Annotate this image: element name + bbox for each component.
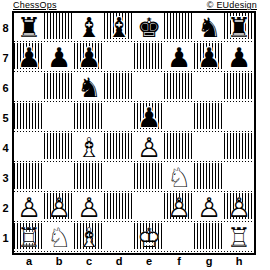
white-king: ♚♔	[134, 223, 164, 253]
square-c1[interactable]: ♝♗	[74, 223, 104, 253]
white-rook: ♜♖	[224, 223, 254, 253]
rank-label-6: 6	[0, 73, 11, 103]
file-label-e: e	[134, 255, 164, 268]
black-knight: ♞	[194, 13, 224, 43]
square-d3[interactable]	[104, 163, 134, 193]
black-rook: ♜	[14, 13, 44, 43]
white-pawn: ♟♙	[164, 193, 194, 223]
square-f4[interactable]	[164, 133, 194, 163]
white-pawn: ♟♙	[44, 193, 74, 223]
square-e5[interactable]: ♟	[134, 103, 164, 133]
black-pawn: ♟	[194, 43, 224, 73]
black-pawn: ♟	[134, 103, 164, 133]
rank-label-3: 3	[0, 163, 11, 193]
white-bishop: ♝♗	[74, 223, 104, 253]
black-pawn: ♟	[44, 43, 74, 73]
square-b3[interactable]	[44, 163, 74, 193]
square-e4[interactable]: ♟♙	[134, 133, 164, 163]
square-h1[interactable]: ♜♖	[224, 223, 254, 253]
board-grid: ♜♝♝♚♞♜♟♟♟♟♟♟♞♟♝♗♟♙♞♘♟♙♟♙♟♙♟♙♟♙♟♙♜♖♞♘♝♗♚♔…	[14, 13, 254, 253]
black-knight: ♞	[74, 73, 104, 103]
black-pawn: ♟	[74, 43, 104, 73]
square-g6[interactable]	[194, 73, 224, 103]
square-a8[interactable]: ♜	[14, 13, 44, 43]
square-a1[interactable]: ♜♖	[14, 223, 44, 253]
square-g1[interactable]	[194, 223, 224, 253]
square-g5[interactable]	[194, 103, 224, 133]
square-b8[interactable]	[44, 13, 74, 43]
white-bishop: ♝♗	[74, 133, 104, 163]
file-label-d: d	[104, 255, 134, 268]
chessops-window: ChessOps © EUdesign 87654321 ♜♝♝♚♞♜♟♟♟♟♟…	[0, 0, 270, 270]
file-label-c: c	[74, 255, 104, 268]
square-a7[interactable]: ♟	[14, 43, 44, 73]
square-f2[interactable]: ♟♙	[164, 193, 194, 223]
square-d8[interactable]: ♝	[104, 13, 134, 43]
rank-label-7: 7	[0, 43, 11, 73]
square-h7[interactable]: ♟	[224, 43, 254, 73]
square-d2[interactable]	[104, 193, 134, 223]
square-e2[interactable]	[134, 193, 164, 223]
square-b5[interactable]	[44, 103, 74, 133]
rank-labels: 87654321	[0, 13, 11, 253]
square-f5[interactable]	[164, 103, 194, 133]
white-knight: ♞♘	[44, 223, 74, 253]
square-b4[interactable]	[44, 133, 74, 163]
square-c5[interactable]	[74, 103, 104, 133]
square-b7[interactable]: ♟	[44, 43, 74, 73]
file-label-f: f	[164, 255, 194, 268]
square-g7[interactable]: ♟	[194, 43, 224, 73]
square-f6[interactable]	[164, 73, 194, 103]
square-g8[interactable]: ♞	[194, 13, 224, 43]
black-bishop: ♝	[104, 13, 134, 43]
black-king: ♚	[134, 13, 164, 43]
square-a5[interactable]	[14, 103, 44, 133]
rank-label-8: 8	[0, 13, 11, 43]
square-e1[interactable]: ♚♔	[134, 223, 164, 253]
square-e8[interactable]: ♚	[134, 13, 164, 43]
white-pawn: ♟♙	[14, 193, 44, 223]
square-h3[interactable]	[224, 163, 254, 193]
square-c8[interactable]: ♝	[74, 13, 104, 43]
rank-label-1: 1	[0, 223, 11, 253]
square-d1[interactable]	[104, 223, 134, 253]
header-bar: ChessOps © EUdesign	[13, 0, 257, 11]
rank-label-5: 5	[0, 103, 11, 133]
white-pawn: ♟♙	[74, 193, 104, 223]
white-pawn: ♟♙	[224, 193, 254, 223]
square-d5[interactable]	[104, 103, 134, 133]
file-label-b: b	[44, 255, 74, 268]
chess-board: ♜♝♝♚♞♜♟♟♟♟♟♟♞♟♝♗♟♙♞♘♟♙♟♙♟♙♟♙♟♙♟♙♜♖♞♘♝♗♚♔…	[12, 11, 256, 255]
square-b6[interactable]	[44, 73, 74, 103]
square-e6[interactable]	[134, 73, 164, 103]
square-d4[interactable]	[104, 133, 134, 163]
file-label-g: g	[194, 255, 224, 268]
square-c7[interactable]: ♟	[74, 43, 104, 73]
square-c6[interactable]: ♞	[74, 73, 104, 103]
square-c2[interactable]: ♟♙	[74, 193, 104, 223]
file-label-h: h	[224, 255, 254, 268]
square-d6[interactable]	[104, 73, 134, 103]
square-f3[interactable]: ♞♘	[164, 163, 194, 193]
square-b2[interactable]: ♟♙	[44, 193, 74, 223]
square-a2[interactable]: ♟♙	[14, 193, 44, 223]
white-pawn: ♟♙	[134, 133, 164, 163]
square-c4[interactable]: ♝♗	[74, 133, 104, 163]
square-d7[interactable]	[104, 43, 134, 73]
file-labels: abcdefgh	[14, 255, 254, 268]
file-label-a: a	[14, 255, 44, 268]
black-pawn: ♟	[14, 43, 44, 73]
square-g2[interactable]: ♟♙	[194, 193, 224, 223]
black-rook: ♜	[224, 13, 254, 43]
rank-label-4: 4	[0, 133, 11, 163]
rank-label-2: 2	[0, 193, 11, 223]
square-g4[interactable]	[194, 133, 224, 163]
black-pawn: ♟	[224, 43, 254, 73]
square-g3[interactable]	[194, 163, 224, 193]
app-title-link[interactable]: ChessOps	[13, 0, 57, 10]
square-a3[interactable]	[14, 163, 44, 193]
square-h8[interactable]: ♜	[224, 13, 254, 43]
square-f1[interactable]	[164, 223, 194, 253]
square-f8[interactable]	[164, 13, 194, 43]
square-c3[interactable]	[74, 163, 104, 193]
square-a6[interactable]	[14, 73, 44, 103]
black-pawn: ♟	[164, 43, 194, 73]
square-e3[interactable]	[134, 163, 164, 193]
copyright-link[interactable]: © EUdesign	[207, 0, 257, 10]
square-e7[interactable]	[134, 43, 164, 73]
white-knight: ♞♘	[164, 163, 194, 193]
black-bishop: ♝	[74, 13, 104, 43]
square-a4[interactable]	[14, 133, 44, 163]
square-b1[interactable]: ♞♘	[44, 223, 74, 253]
square-h6[interactable]	[224, 73, 254, 103]
square-f7[interactable]: ♟	[164, 43, 194, 73]
square-h4[interactable]	[224, 133, 254, 163]
white-rook: ♜♖	[14, 223, 44, 253]
square-h2[interactable]: ♟♙	[224, 193, 254, 223]
square-h5[interactable]	[224, 103, 254, 133]
white-pawn: ♟♙	[194, 193, 224, 223]
